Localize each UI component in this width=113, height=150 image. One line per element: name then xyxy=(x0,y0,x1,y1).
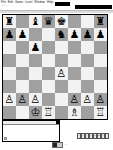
chip-side-text: ··· xyxy=(65,143,68,147)
square-c4[interactable] xyxy=(29,67,42,80)
panel-body: ········ · · ······· ···· ···· ·········… xyxy=(3,125,59,142)
square-e8[interactable]: ♚ xyxy=(55,15,68,28)
square-f2[interactable]: ♙ xyxy=(68,93,81,106)
menu-item-window[interactable]: Window xyxy=(34,0,45,4)
square-h4[interactable] xyxy=(94,67,107,80)
square-h7[interactable]: ♟ xyxy=(94,28,107,41)
square-b7[interactable]: ♟ xyxy=(16,28,29,41)
square-g5[interactable] xyxy=(81,54,94,67)
square-c6[interactable]: ♟ xyxy=(29,41,42,54)
square-d7[interactable] xyxy=(42,28,55,41)
square-f7[interactable]: ♟ xyxy=(68,28,81,41)
square-d5[interactable] xyxy=(42,54,55,67)
menu-item-edit[interactable]: Edit xyxy=(8,0,13,4)
square-c3[interactable] xyxy=(29,80,42,93)
square-b2[interactable]: ♙ xyxy=(16,93,29,106)
square-h5[interactable] xyxy=(94,54,107,67)
square-b1[interactable] xyxy=(16,106,29,119)
square-a3[interactable] xyxy=(3,80,16,93)
nav-button-7[interactable]: · xyxy=(105,133,109,139)
square-e5[interactable] xyxy=(55,54,68,67)
square-b5[interactable] xyxy=(16,54,29,67)
square-a7[interactable]: ♟ xyxy=(3,28,16,41)
chess-board[interactable]: ♜♝♛♚♜♟♟♞♟♟♟♟♙♙♙♙♙♙♙♔♖♗♖ xyxy=(2,14,108,120)
square-h3[interactable] xyxy=(94,80,107,93)
square-b3[interactable] xyxy=(16,80,29,93)
status-bar: ·············· xyxy=(75,5,112,9)
square-a2[interactable]: ♙ xyxy=(3,93,16,106)
square-f8[interactable] xyxy=(68,15,81,28)
status-left-text: ···· ·· xyxy=(1,4,8,8)
square-b4[interactable] xyxy=(16,67,29,80)
square-a4[interactable] xyxy=(3,67,16,80)
square-a6[interactable] xyxy=(3,41,16,54)
engine-output-panel: ····· ····· ········ · · ······· ···· ··… xyxy=(2,120,60,142)
square-f1[interactable]: ♗ xyxy=(68,106,81,119)
nav-toolbar: «‹›»▪≡□· xyxy=(77,133,109,139)
square-d8[interactable]: ♛ xyxy=(42,15,55,28)
minimized-window-chip[interactable]: ·· xyxy=(52,142,63,148)
square-g7[interactable]: ♟ xyxy=(81,28,94,41)
square-e7[interactable]: ♞ xyxy=(55,28,68,41)
square-b6[interactable] xyxy=(16,41,29,54)
sub-strip: ····· ··· ···· xyxy=(0,10,113,13)
square-h6[interactable] xyxy=(94,41,107,54)
square-h8[interactable]: ♜ xyxy=(94,15,107,28)
square-c2[interactable]: ♙ xyxy=(29,93,42,106)
square-d2[interactable] xyxy=(42,93,55,106)
panel-title: ····· ····· xyxy=(3,121,59,125)
square-f3[interactable] xyxy=(68,80,81,93)
square-e6[interactable] xyxy=(55,41,68,54)
square-f6[interactable] xyxy=(68,41,81,54)
menu-item-game[interactable]: Game xyxy=(15,0,23,4)
square-c7[interactable] xyxy=(29,28,42,41)
square-e2[interactable] xyxy=(55,93,68,106)
square-f5[interactable] xyxy=(68,54,81,67)
square-g8[interactable] xyxy=(81,15,94,28)
square-c1[interactable]: ♔ xyxy=(29,106,42,119)
square-g1[interactable] xyxy=(81,106,94,119)
chip-label: ·· xyxy=(57,143,62,147)
square-h2[interactable]: ♙ xyxy=(94,93,107,106)
square-c8[interactable]: ♝ xyxy=(29,15,42,28)
square-c5[interactable] xyxy=(29,54,42,67)
square-e1[interactable] xyxy=(55,106,68,119)
square-d3[interactable] xyxy=(42,80,55,93)
square-g4[interactable] xyxy=(81,67,94,80)
engine-badge: ······· xyxy=(55,2,70,6)
close-icon[interactable] xyxy=(56,121,59,124)
square-d6[interactable] xyxy=(42,41,55,54)
square-d1[interactable]: ♖ xyxy=(42,106,55,119)
panel-scroll-button[interactable] xyxy=(4,137,7,140)
square-h1[interactable]: ♖ xyxy=(94,106,107,119)
square-e3[interactable] xyxy=(55,80,68,93)
square-a8[interactable]: ♜ xyxy=(3,15,16,28)
square-f4[interactable] xyxy=(68,67,81,80)
menu-item-level[interactable]: Level xyxy=(25,0,32,4)
square-e4[interactable]: ♙ xyxy=(55,67,68,80)
square-g6[interactable] xyxy=(81,41,94,54)
square-a5[interactable] xyxy=(3,54,16,67)
square-a1[interactable] xyxy=(3,106,16,119)
square-d4[interactable] xyxy=(42,67,55,80)
square-b8[interactable] xyxy=(16,15,29,28)
square-g3[interactable] xyxy=(81,80,94,93)
menu-bar: FileEditGameLevelWindowHelp xyxy=(1,0,53,4)
square-g2[interactable]: ♙ xyxy=(81,93,94,106)
menu-item-help[interactable]: Help xyxy=(47,0,53,4)
engine-text-line: ·· ·· ····· ·· ··· ······· xyxy=(4,138,58,141)
